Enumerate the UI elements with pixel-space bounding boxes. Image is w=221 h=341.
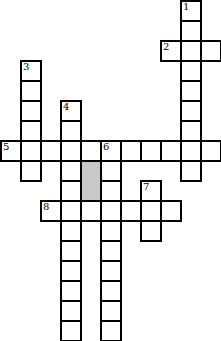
crossword-cell-r4c1[interactable]	[20, 80, 42, 102]
crossword-cell-r6c9[interactable]	[180, 120, 202, 142]
clue-number-2: 2	[163, 42, 169, 52]
crossword-cell-r13c3[interactable]	[60, 260, 82, 282]
shaded-cell-block[interactable]	[80, 160, 102, 202]
crossword-cell-r9c3[interactable]	[60, 180, 82, 202]
crossword-cell-r6c3[interactable]	[60, 120, 82, 142]
crossword-cell-r10c5[interactable]	[100, 200, 122, 222]
clue-number-4: 4	[63, 102, 69, 112]
clue-number-1: 1	[183, 2, 189, 12]
crossword-cell-r7c1[interactable]	[20, 140, 42, 162]
crossword-cell-r8c9[interactable]	[180, 160, 202, 182]
crossword-cell-r7c4[interactable]	[80, 140, 102, 162]
crossword-cell-r11c5[interactable]	[100, 220, 122, 242]
crossword-board: 12345678	[0, 0, 221, 341]
crossword-cell-r7c6[interactable]	[120, 140, 142, 162]
crossword-cell-r7c8[interactable]	[160, 140, 182, 162]
crossword-cell-r5c9[interactable]	[180, 100, 202, 122]
crossword-cell-r12c5[interactable]	[100, 240, 122, 262]
crossword-cell-r2c10[interactable]	[200, 40, 221, 62]
crossword-cell-r7c10[interactable]	[200, 140, 221, 162]
crossword-cell-r4c9[interactable]	[180, 80, 202, 102]
crossword-cell-r10c4[interactable]	[80, 200, 102, 222]
clue-number-8: 8	[43, 202, 49, 212]
crossword-cell-r13c5[interactable]	[100, 260, 122, 282]
crossword-cell-r7c2[interactable]	[40, 140, 62, 162]
crossword-cell-r5c1[interactable]	[20, 100, 42, 122]
crossword-cell-r8c1[interactable]	[20, 160, 42, 182]
crossword-cell-r14c5[interactable]	[100, 280, 122, 302]
crossword-cell-r16c3[interactable]	[60, 320, 82, 341]
crossword-cell-r8c5[interactable]	[100, 160, 122, 182]
clue-number-5: 5	[3, 142, 9, 152]
clue-number-6: 6	[103, 142, 109, 152]
crossword-cell-r11c3[interactable]	[60, 220, 82, 242]
crossword-cell-r15c5[interactable]	[100, 300, 122, 322]
crossword-cell-r15c3[interactable]	[60, 300, 82, 322]
crossword-cell-r10c8[interactable]	[160, 200, 182, 222]
crossword-cell-r10c6[interactable]	[120, 200, 142, 222]
crossword-cell-r11c7[interactable]	[140, 220, 162, 242]
crossword-cell-r1c9[interactable]	[180, 20, 202, 42]
crossword-cell-r7c3[interactable]	[60, 140, 82, 162]
crossword-cell-r12c3[interactable]	[60, 240, 82, 262]
crossword-cell-r8c3[interactable]	[60, 160, 82, 182]
crossword-cell-r6c1[interactable]	[20, 120, 42, 142]
crossword-cell-r7c7[interactable]	[140, 140, 162, 162]
crossword-cell-r2c9[interactable]	[180, 40, 202, 62]
crossword-cell-r14c3[interactable]	[60, 280, 82, 302]
crossword-cell-r10c7[interactable]	[140, 200, 162, 222]
crossword-cell-r16c5[interactable]	[100, 320, 122, 341]
clue-number-7: 7	[143, 182, 149, 192]
crossword-cell-r9c5[interactable]	[100, 180, 122, 202]
crossword-cell-r10c3[interactable]	[60, 200, 82, 222]
crossword-cell-r7c9[interactable]	[180, 140, 202, 162]
crossword-cell-r3c9[interactable]	[180, 60, 202, 82]
clue-number-3: 3	[23, 62, 29, 72]
